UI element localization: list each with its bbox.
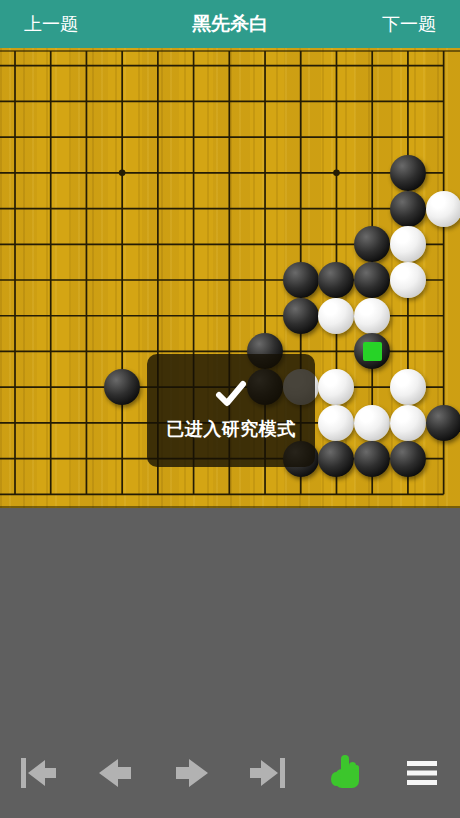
stone-white-S8 — [390, 226, 426, 262]
puzzle-title: 黑先杀白 — [192, 11, 268, 37]
toast: 已进入研究模式 — [147, 354, 315, 467]
stone-white-Q6 — [318, 298, 354, 334]
next-move-button[interactable] — [170, 751, 214, 795]
star-point — [119, 170, 126, 177]
hand-icon — [329, 754, 361, 792]
stone-white-R6 — [354, 298, 390, 334]
stone-white-S7 — [390, 262, 426, 298]
go-board[interactable]: 已进入研究模式 — [0, 48, 460, 508]
previous-move-button[interactable] — [93, 751, 137, 795]
stone-black-P7 — [283, 262, 319, 298]
prev-problem-button[interactable]: 上一题 — [24, 12, 78, 36]
header-bar: 上一题 黑先杀白 下一题 — [0, 0, 460, 48]
stone-black-S10 — [390, 155, 426, 191]
stone-white-S3 — [390, 405, 426, 441]
bottom-panel — [0, 510, 460, 818]
stone-white-T9 — [426, 191, 460, 227]
stone-black-S2 — [390, 441, 426, 477]
menu-icon — [405, 756, 439, 790]
stone-black-R7 — [354, 262, 390, 298]
stone-black-P6 — [283, 298, 319, 334]
playback-toolbar — [0, 751, 460, 795]
play-mode-button[interactable] — [323, 751, 367, 795]
first-move-icon — [19, 756, 57, 790]
stone-white-R3 — [354, 405, 390, 441]
previous-move-icon — [97, 756, 133, 790]
first-move-button[interactable] — [16, 751, 60, 795]
last-move-button[interactable] — [246, 751, 290, 795]
green-square-marker — [363, 342, 382, 361]
checkmark-icon — [213, 380, 249, 408]
next-problem-button[interactable]: 下一题 — [382, 12, 436, 36]
stone-black-S9 — [390, 191, 426, 227]
stone-white-S4 — [390, 369, 426, 405]
star-point — [333, 170, 340, 177]
stone-black-Q2 — [318, 441, 354, 477]
menu-button[interactable] — [400, 751, 444, 795]
stone-black-T3 — [426, 405, 460, 441]
next-move-icon — [174, 756, 210, 790]
toast-message: 已进入研究模式 — [166, 417, 296, 441]
stone-black-R2 — [354, 441, 390, 477]
last-move-icon — [249, 756, 287, 790]
